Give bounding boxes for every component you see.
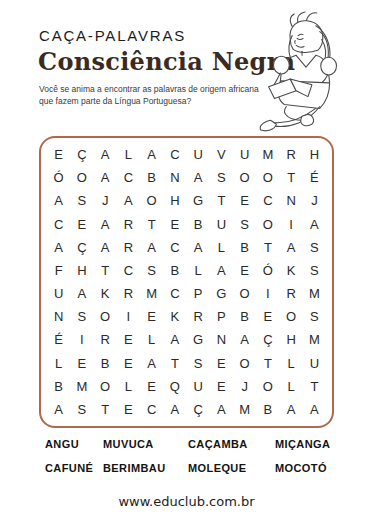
grid-cell[interactable]: N	[210, 328, 233, 351]
grid-cell[interactable]: B	[233, 305, 256, 328]
grid-cell[interactable]: A	[280, 236, 303, 259]
grid-cell[interactable]: G	[187, 328, 210, 351]
grid-cell[interactable]: K	[280, 259, 303, 282]
grid-cell[interactable]: A	[70, 282, 93, 305]
word-item: CAFUNÉ	[45, 462, 93, 474]
grid-cell[interactable]: R	[117, 212, 140, 235]
grid-cell[interactable]: É	[47, 328, 70, 351]
grid-cell[interactable]: S	[303, 259, 326, 282]
grid-cell[interactable]: M	[140, 282, 163, 305]
grid-cell[interactable]: É	[303, 166, 326, 189]
grid-cell[interactable]: O	[140, 189, 163, 212]
grid-cell[interactable]: M	[233, 398, 256, 421]
grid-cell[interactable]: E	[140, 305, 163, 328]
grid-cell[interactable]: R	[94, 328, 117, 351]
grid-cell[interactable]: B	[233, 236, 256, 259]
grid-cell[interactable]: U	[47, 282, 70, 305]
grid-cell[interactable]: C	[163, 143, 186, 166]
grid-cell[interactable]: A	[187, 236, 210, 259]
grid-cell[interactable]: C	[163, 282, 186, 305]
word-item: CAÇAMBA	[188, 438, 248, 450]
worksheet-page: CAÇA-PALAVRAS Consciência Negra Você se …	[0, 0, 373, 528]
grid-cell[interactable]: P	[187, 282, 210, 305]
grid-cell[interactable]: O	[280, 305, 303, 328]
grid-cell[interactable]: E	[70, 351, 93, 374]
grid-cell[interactable]: Ó	[256, 259, 279, 282]
grid-cell[interactable]: C	[117, 166, 140, 189]
grid-cell[interactable]: E	[256, 305, 279, 328]
grid-cell[interactable]: G	[187, 189, 210, 212]
grid-cell[interactable]: N	[163, 166, 186, 189]
grid-cell[interactable]: A	[280, 398, 303, 421]
grid-cell[interactable]: O	[233, 351, 256, 374]
grid-cell[interactable]: O	[256, 375, 279, 398]
grid-cell[interactable]: E	[47, 143, 70, 166]
grid-cell[interactable]: C	[117, 259, 140, 282]
grid-cell[interactable]: A	[47, 398, 70, 421]
grid-cell[interactable]: M	[256, 143, 279, 166]
grid-cell[interactable]: R	[187, 305, 210, 328]
grid-cell[interactable]: U	[303, 351, 326, 374]
word-item: MUVUCA	[103, 438, 154, 450]
grid-cell[interactable]: B	[94, 351, 117, 374]
grid-cell[interactable]: L	[140, 328, 163, 351]
grid-cell[interactable]: E	[117, 328, 140, 351]
grid-cell[interactable]: R	[117, 282, 140, 305]
grid-cell[interactable]: P	[210, 305, 233, 328]
grid-cell[interactable]: A	[117, 189, 140, 212]
grid-cell[interactable]: S	[210, 166, 233, 189]
grid-cell[interactable]: O	[256, 212, 279, 235]
word-item: MIÇANGA	[275, 438, 330, 450]
grid-cell[interactable]: T	[94, 259, 117, 282]
grid-cell[interactable]: T	[163, 351, 186, 374]
grid-cell[interactable]: B	[187, 212, 210, 235]
grid-cell[interactable]: U	[187, 143, 210, 166]
subtitle-line-1: Você se anima a encontrar as palavras de…	[39, 84, 259, 94]
grid-cell[interactable]: A	[94, 212, 117, 235]
word-list: ANGUMUVUCACAÇAMBAMIÇANGACAFUNÉBERIMBAUMO…	[45, 438, 345, 474]
grid-cell[interactable]: C	[256, 189, 279, 212]
page-subtitle: Você se anima a encontrar as palavras de…	[39, 84, 269, 108]
grid-cell[interactable]: I	[70, 328, 93, 351]
grid-cell[interactable]: Q	[163, 375, 186, 398]
grid-cell[interactable]: A	[210, 398, 233, 421]
grid-cell[interactable]: A	[94, 166, 117, 189]
grid-cell[interactable]: O	[94, 375, 117, 398]
grid-cell[interactable]: I	[256, 282, 279, 305]
word-item: BERIMBAU	[103, 462, 165, 474]
grid-cell[interactable]: S	[233, 212, 256, 235]
grid-cell[interactable]: A	[47, 236, 70, 259]
grid-cell[interactable]: N	[47, 305, 70, 328]
grid-cell[interactable]: Ç	[70, 143, 93, 166]
grid-cell[interactable]: E	[163, 212, 186, 235]
grid-cell[interactable]: R	[280, 143, 303, 166]
girl-reading-illustration	[250, 10, 360, 136]
grid-cell[interactable]: S	[70, 189, 93, 212]
grid-cell[interactable]: L	[47, 351, 70, 374]
grid-cell[interactable]: A	[187, 166, 210, 189]
grid-cell[interactable]: A	[210, 259, 233, 282]
grid-cell[interactable]: S	[303, 305, 326, 328]
grid-cell[interactable]: E	[233, 189, 256, 212]
grid-cell[interactable]: O	[256, 166, 279, 189]
grid-cell[interactable]: K	[94, 282, 117, 305]
footer-url[interactable]: www.educlub.com.br	[0, 494, 373, 509]
letter-grid: EÇALACUVUMRHÓOACBNASOOTÉASJAOHGTECNJCEAR…	[39, 136, 334, 428]
grid-cell[interactable]: B	[140, 166, 163, 189]
word-item: MOLEQUE	[188, 462, 246, 474]
grid-cell[interactable]: S	[187, 351, 210, 374]
word-item: MOCOTÓ	[275, 462, 327, 474]
grid-cell[interactable]: N	[280, 189, 303, 212]
grid-cell[interactable]: E	[117, 398, 140, 421]
grid-cell[interactable]: J	[233, 375, 256, 398]
grid-cell[interactable]: H	[303, 143, 326, 166]
grid-cell[interactable]: S	[70, 305, 93, 328]
grid-cell[interactable]: I	[280, 212, 303, 235]
grid-cell[interactable]: E	[233, 259, 256, 282]
grid-cell[interactable]: A	[140, 351, 163, 374]
grid-cell[interactable]: R	[280, 282, 303, 305]
grid-cell[interactable]: L	[280, 351, 303, 374]
grid-cell[interactable]: T	[94, 398, 117, 421]
grid-cell[interactable]: M	[303, 282, 326, 305]
grid-cell[interactable]: J	[94, 189, 117, 212]
grid-cell[interactable]: Ç	[70, 236, 93, 259]
grid-cell[interactable]: B	[47, 375, 70, 398]
grid-cell[interactable]: A	[94, 236, 117, 259]
grid-cell[interactable]: A	[303, 398, 326, 421]
grid-cell[interactable]: A	[140, 143, 163, 166]
grid-cell[interactable]: U	[187, 375, 210, 398]
grid-cell[interactable]: A	[163, 398, 186, 421]
word-item: ANGU	[45, 438, 79, 450]
grid-cell[interactable]: A	[47, 189, 70, 212]
page-kicker: CAÇA-PALAVRAS	[39, 27, 186, 44]
grid-cell[interactable]: M	[303, 328, 326, 351]
grid-cell[interactable]: T	[256, 351, 279, 374]
grid-cell[interactable]: Ç	[187, 398, 210, 421]
grid-cell[interactable]: T	[210, 189, 233, 212]
grid-cell[interactable]: L	[187, 259, 210, 282]
grid-cell[interactable]: T	[256, 236, 279, 259]
grid-cell[interactable]: S	[303, 236, 326, 259]
grid-cell[interactable]: C	[47, 212, 70, 235]
grid-cell[interactable]: F	[47, 259, 70, 282]
grid-cell[interactable]: B	[256, 398, 279, 421]
grid-cell[interactable]: T	[140, 212, 163, 235]
grid-cell[interactable]: U	[210, 212, 233, 235]
grid-cell[interactable]: A	[303, 212, 326, 235]
grid-cell[interactable]: T	[303, 375, 326, 398]
grid-cell[interactable]: O	[94, 305, 117, 328]
grid-cell[interactable]: T	[280, 166, 303, 189]
subtitle-line-2: que fazem parte da Língua Portuguesa?	[39, 96, 191, 106]
grid-cell[interactable]: S	[70, 398, 93, 421]
grid-cell[interactable]: O	[233, 282, 256, 305]
grid-cell[interactable]: Ó	[47, 166, 70, 189]
grid-cell[interactable]: O	[70, 166, 93, 189]
grid-cell[interactable]: L	[210, 236, 233, 259]
grid-cell[interactable]: J	[303, 189, 326, 212]
grid-cell[interactable]: B	[163, 259, 186, 282]
grid-cell[interactable]: A	[163, 328, 186, 351]
grid-cell[interactable]: C	[140, 398, 163, 421]
grid-cell[interactable]: L	[280, 375, 303, 398]
grid-cell[interactable]: L	[117, 375, 140, 398]
grid-cell[interactable]: U	[233, 143, 256, 166]
grid-cell[interactable]: A	[140, 236, 163, 259]
grid-cell[interactable]: C	[163, 236, 186, 259]
grid-cell[interactable]: I	[117, 305, 140, 328]
grid-cell[interactable]: V	[210, 143, 233, 166]
grid-cell[interactable]: E	[117, 351, 140, 374]
grid-cell[interactable]: Ç	[256, 328, 279, 351]
grid-cell[interactable]: A	[233, 328, 256, 351]
grid-cell[interactable]: O	[233, 166, 256, 189]
grid-cell[interactable]: M	[70, 375, 93, 398]
grid-cell[interactable]: H	[163, 189, 186, 212]
grid-cell[interactable]: A	[94, 143, 117, 166]
grid-cell[interactable]: S	[140, 259, 163, 282]
grid-cell[interactable]: L	[117, 143, 140, 166]
grid-cell[interactable]: R	[117, 236, 140, 259]
grid-cell[interactable]: G	[210, 282, 233, 305]
grid-cell[interactable]: E	[70, 212, 93, 235]
grid-cell[interactable]: H	[70, 259, 93, 282]
grid-cell[interactable]: H	[280, 328, 303, 351]
grid-cell[interactable]: E	[210, 351, 233, 374]
grid-cell[interactable]: E	[140, 375, 163, 398]
grid-cell[interactable]: E	[210, 375, 233, 398]
grid-cell[interactable]: K	[163, 305, 186, 328]
